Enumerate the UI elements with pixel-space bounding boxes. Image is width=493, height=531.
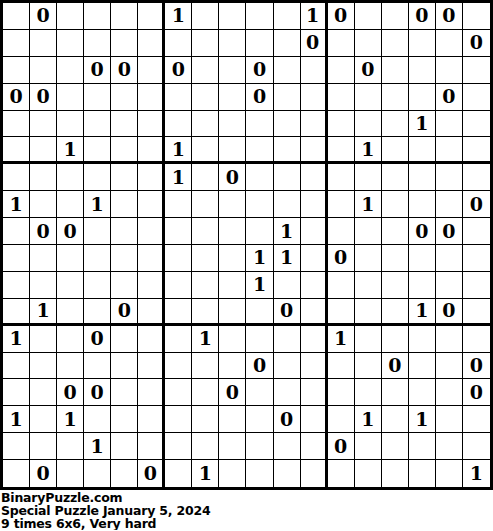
- cell-r2c12-empty[interactable]: [328, 57, 355, 84]
- cell-r9c2-empty[interactable]: [57, 245, 84, 272]
- cell-r3c3-empty[interactable]: [84, 84, 111, 111]
- cell-r14c17-given-0[interactable]: 0: [463, 379, 490, 406]
- cell-r16c13-empty[interactable]: [355, 433, 382, 460]
- cell-r1c2-empty[interactable]: [57, 30, 84, 57]
- cell-r1c10-empty[interactable]: [274, 30, 301, 57]
- cell-r14c10-empty[interactable]: [274, 379, 301, 406]
- cell-r0c4-empty[interactable]: [111, 3, 138, 30]
- cell-r12c17-empty[interactable]: [463, 326, 490, 353]
- cell-r4c8-empty[interactable]: [219, 111, 246, 138]
- cell-r13c13-empty[interactable]: [355, 353, 382, 380]
- cell-r17c3-empty[interactable]: [84, 460, 111, 487]
- cell-r7c3-given-1[interactable]: 1: [84, 191, 111, 218]
- cell-r12c9-empty[interactable]: [246, 326, 273, 353]
- cell-r5c5-empty[interactable]: [138, 137, 165, 164]
- cell-r8c12-empty[interactable]: [328, 218, 355, 245]
- cell-r9c11-empty[interactable]: [301, 245, 328, 272]
- cell-r14c7-empty[interactable]: [192, 379, 219, 406]
- cell-r2c16-empty[interactable]: [436, 57, 463, 84]
- cell-r17c14-empty[interactable]: [382, 460, 409, 487]
- cell-r7c4-empty[interactable]: [111, 191, 138, 218]
- cell-r0c15-given-0[interactable]: 0: [409, 3, 436, 30]
- cell-r0c6-given-1[interactable]: 1: [165, 3, 192, 30]
- cell-r6c10-empty[interactable]: [274, 164, 301, 191]
- cell-r0c11-given-1[interactable]: 1: [301, 3, 328, 30]
- cell-r5c1-empty[interactable]: [30, 137, 57, 164]
- cell-r7c7-empty[interactable]: [192, 191, 219, 218]
- cell-r13c15-empty[interactable]: [409, 353, 436, 380]
- cell-r12c12-given-1[interactable]: 1: [328, 326, 355, 353]
- cell-r6c17-empty[interactable]: [463, 164, 490, 191]
- cell-r12c5-empty[interactable]: [138, 326, 165, 353]
- cell-r5c13-given-1[interactable]: 1: [355, 137, 382, 164]
- cell-r12c13-empty[interactable]: [355, 326, 382, 353]
- cell-r7c16-empty[interactable]: [436, 191, 463, 218]
- cell-r13c17-given-0[interactable]: 0: [463, 353, 490, 380]
- cell-r1c4-empty[interactable]: [111, 30, 138, 57]
- cell-r10c3-empty[interactable]: [84, 272, 111, 299]
- cell-r11c4-given-0[interactable]: 0: [111, 299, 138, 326]
- cell-r1c3-empty[interactable]: [84, 30, 111, 57]
- cell-r8c2-given-0[interactable]: 0: [57, 218, 84, 245]
- cell-r5c7-empty[interactable]: [192, 137, 219, 164]
- cell-r13c10-empty[interactable]: [274, 353, 301, 380]
- cell-r11c11-empty[interactable]: [301, 299, 328, 326]
- cell-r8c6-empty[interactable]: [165, 218, 192, 245]
- cell-r6c12-empty[interactable]: [328, 164, 355, 191]
- cell-r0c8-empty[interactable]: [219, 3, 246, 30]
- cell-r4c11-empty[interactable]: [301, 111, 328, 138]
- cell-r5c14-empty[interactable]: [382, 137, 409, 164]
- cell-r7c11-empty[interactable]: [301, 191, 328, 218]
- cell-r14c8-given-0[interactable]: 0: [219, 379, 246, 406]
- cell-r10c17-empty[interactable]: [463, 272, 490, 299]
- cell-r4c5-empty[interactable]: [138, 111, 165, 138]
- cell-r8c5-empty[interactable]: [138, 218, 165, 245]
- cell-r14c16-empty[interactable]: [436, 379, 463, 406]
- cell-r16c3-given-1[interactable]: 1: [84, 433, 111, 460]
- cell-r17c12-empty[interactable]: [328, 460, 355, 487]
- cell-r11c6-empty[interactable]: [165, 299, 192, 326]
- cell-r15c12-empty[interactable]: [328, 406, 355, 433]
- cell-r7c0-given-1[interactable]: 1: [3, 191, 30, 218]
- cell-r14c6-empty[interactable]: [165, 379, 192, 406]
- cell-r5c0-empty[interactable]: [3, 137, 30, 164]
- cell-r11c15-given-1[interactable]: 1: [409, 299, 436, 326]
- cell-r9c6-empty[interactable]: [165, 245, 192, 272]
- cell-r2c14-empty[interactable]: [382, 57, 409, 84]
- cell-r12c16-empty[interactable]: [436, 326, 463, 353]
- cell-r0c0-empty[interactable]: [3, 3, 30, 30]
- cell-r0c2-empty[interactable]: [57, 3, 84, 30]
- cell-r7c5-empty[interactable]: [138, 191, 165, 218]
- cell-r5c11-empty[interactable]: [301, 137, 328, 164]
- cell-r0c7-empty[interactable]: [192, 3, 219, 30]
- cell-r6c4-empty[interactable]: [111, 164, 138, 191]
- cell-r1c1-empty[interactable]: [30, 30, 57, 57]
- cell-r8c4-empty[interactable]: [111, 218, 138, 245]
- cell-r0c3-empty[interactable]: [84, 3, 111, 30]
- cell-r4c4-empty[interactable]: [111, 111, 138, 138]
- cell-r17c10-empty[interactable]: [274, 460, 301, 487]
- cell-r13c5-empty[interactable]: [138, 353, 165, 380]
- cell-r9c9-given-1[interactable]: 1: [246, 245, 273, 272]
- cell-r15c6-empty[interactable]: [165, 406, 192, 433]
- cell-r3c1-given-0[interactable]: 0: [30, 84, 57, 111]
- cell-r7c15-empty[interactable]: [409, 191, 436, 218]
- cell-r9c14-empty[interactable]: [382, 245, 409, 272]
- cell-r14c2-given-0[interactable]: 0: [57, 379, 84, 406]
- cell-r4c7-empty[interactable]: [192, 111, 219, 138]
- cell-r6c8-given-0[interactable]: 0: [219, 164, 246, 191]
- cell-r5c10-empty[interactable]: [274, 137, 301, 164]
- cell-r13c2-empty[interactable]: [57, 353, 84, 380]
- cell-r15c4-empty[interactable]: [111, 406, 138, 433]
- cell-r1c0-empty[interactable]: [3, 30, 30, 57]
- cell-r8c9-empty[interactable]: [246, 218, 273, 245]
- cell-r5c4-empty[interactable]: [111, 137, 138, 164]
- cell-r14c0-empty[interactable]: [3, 379, 30, 406]
- cell-r16c14-empty[interactable]: [382, 433, 409, 460]
- cell-r9c15-empty[interactable]: [409, 245, 436, 272]
- cell-r2c17-empty[interactable]: [463, 57, 490, 84]
- cell-r13c7-empty[interactable]: [192, 353, 219, 380]
- cell-r9c17-empty[interactable]: [463, 245, 490, 272]
- cell-r11c17-empty[interactable]: [463, 299, 490, 326]
- cell-r0c17-empty[interactable]: [463, 3, 490, 30]
- cell-r2c10-empty[interactable]: [274, 57, 301, 84]
- cell-r15c8-empty[interactable]: [219, 406, 246, 433]
- cell-r7c17-given-0[interactable]: 0: [463, 191, 490, 218]
- cell-r11c13-empty[interactable]: [355, 299, 382, 326]
- cell-r14c3-given-0[interactable]: 0: [84, 379, 111, 406]
- cell-r17c17-given-1[interactable]: 1: [463, 460, 490, 487]
- cell-r6c16-empty[interactable]: [436, 164, 463, 191]
- cell-r13c6-empty[interactable]: [165, 353, 192, 380]
- cell-r12c11-empty[interactable]: [301, 326, 328, 353]
- cell-r9c7-empty[interactable]: [192, 245, 219, 272]
- cell-r4c1-empty[interactable]: [30, 111, 57, 138]
- cell-r6c14-empty[interactable]: [382, 164, 409, 191]
- cell-r8c0-empty[interactable]: [3, 218, 30, 245]
- cell-r7c12-empty[interactable]: [328, 191, 355, 218]
- cell-r12c15-empty[interactable]: [409, 326, 436, 353]
- cell-r10c4-empty[interactable]: [111, 272, 138, 299]
- cell-r3c10-empty[interactable]: [274, 84, 301, 111]
- cell-r15c11-empty[interactable]: [301, 406, 328, 433]
- cell-r0c12-given-0[interactable]: 0: [328, 3, 355, 30]
- cell-r7c10-empty[interactable]: [274, 191, 301, 218]
- cell-r12c3-given-0[interactable]: 0: [84, 326, 111, 353]
- cell-r5c17-empty[interactable]: [463, 137, 490, 164]
- cell-r2c5-empty[interactable]: [138, 57, 165, 84]
- cell-r9c8-empty[interactable]: [219, 245, 246, 272]
- cell-r15c0-given-1[interactable]: 1: [3, 406, 30, 433]
- cell-r8c13-empty[interactable]: [355, 218, 382, 245]
- cell-r3c14-empty[interactable]: [382, 84, 409, 111]
- cell-r11c12-empty[interactable]: [328, 299, 355, 326]
- cell-r7c6-empty[interactable]: [165, 191, 192, 218]
- cell-r0c14-empty[interactable]: [382, 3, 409, 30]
- cell-r2c2-empty[interactable]: [57, 57, 84, 84]
- cell-r9c0-empty[interactable]: [3, 245, 30, 272]
- cell-r9c13-empty[interactable]: [355, 245, 382, 272]
- cell-r2c0-empty[interactable]: [3, 57, 30, 84]
- cell-r4c0-empty[interactable]: [3, 111, 30, 138]
- cell-r6c11-empty[interactable]: [301, 164, 328, 191]
- cell-r9c4-empty[interactable]: [111, 245, 138, 272]
- cell-r5c15-empty[interactable]: [409, 137, 436, 164]
- cell-r11c0-empty[interactable]: [3, 299, 30, 326]
- cell-r5c3-empty[interactable]: [84, 137, 111, 164]
- cell-r15c5-empty[interactable]: [138, 406, 165, 433]
- cell-r3c2-empty[interactable]: [57, 84, 84, 111]
- cell-r16c0-empty[interactable]: [3, 433, 30, 460]
- cell-r2c13-given-0[interactable]: 0: [355, 57, 382, 84]
- cell-r6c9-empty[interactable]: [246, 164, 273, 191]
- cell-r3c8-empty[interactable]: [219, 84, 246, 111]
- cell-r12c1-empty[interactable]: [30, 326, 57, 353]
- cell-r15c14-empty[interactable]: [382, 406, 409, 433]
- cell-r17c8-empty[interactable]: [219, 460, 246, 487]
- cell-r16c11-empty[interactable]: [301, 433, 328, 460]
- cell-r6c1-empty[interactable]: [30, 164, 57, 191]
- cell-r10c6-empty[interactable]: [165, 272, 192, 299]
- cell-r14c11-empty[interactable]: [301, 379, 328, 406]
- cell-r10c13-empty[interactable]: [355, 272, 382, 299]
- cell-r17c4-empty[interactable]: [111, 460, 138, 487]
- cell-r1c12-empty[interactable]: [328, 30, 355, 57]
- cell-r16c1-empty[interactable]: [30, 433, 57, 460]
- cell-r10c14-empty[interactable]: [382, 272, 409, 299]
- cell-r13c8-empty[interactable]: [219, 353, 246, 380]
- cell-r9c16-empty[interactable]: [436, 245, 463, 272]
- cell-r1c14-empty[interactable]: [382, 30, 409, 57]
- cell-r3c13-empty[interactable]: [355, 84, 382, 111]
- cell-r14c13-empty[interactable]: [355, 379, 382, 406]
- cell-r7c13-given-1[interactable]: 1: [355, 191, 382, 218]
- cell-r2c6-given-0[interactable]: 0: [165, 57, 192, 84]
- cell-r3c7-empty[interactable]: [192, 84, 219, 111]
- cell-r11c8-empty[interactable]: [219, 299, 246, 326]
- cell-r3c4-empty[interactable]: [111, 84, 138, 111]
- cell-r12c4-empty[interactable]: [111, 326, 138, 353]
- cell-r2c1-empty[interactable]: [30, 57, 57, 84]
- cell-r16c17-empty[interactable]: [463, 433, 490, 460]
- cell-r10c9-given-1[interactable]: 1: [246, 272, 273, 299]
- cell-r2c8-empty[interactable]: [219, 57, 246, 84]
- cell-r3c5-empty[interactable]: [138, 84, 165, 111]
- cell-r17c2-empty[interactable]: [57, 460, 84, 487]
- cell-r2c4-given-0[interactable]: 0: [111, 57, 138, 84]
- cell-r11c10-given-0[interactable]: 0: [274, 299, 301, 326]
- cell-r13c11-empty[interactable]: [301, 353, 328, 380]
- cell-r3c6-empty[interactable]: [165, 84, 192, 111]
- cell-r14c9-empty[interactable]: [246, 379, 273, 406]
- cell-r8c3-empty[interactable]: [84, 218, 111, 245]
- cell-r14c5-empty[interactable]: [138, 379, 165, 406]
- cell-r4c17-empty[interactable]: [463, 111, 490, 138]
- cell-r5c8-empty[interactable]: [219, 137, 246, 164]
- cell-r6c3-empty[interactable]: [84, 164, 111, 191]
- cell-r10c11-empty[interactable]: [301, 272, 328, 299]
- cell-r7c8-empty[interactable]: [219, 191, 246, 218]
- cell-r11c2-empty[interactable]: [57, 299, 84, 326]
- cell-r14c12-empty[interactable]: [328, 379, 355, 406]
- cell-r6c0-empty[interactable]: [3, 164, 30, 191]
- cell-r0c16-given-0[interactable]: 0: [436, 3, 463, 30]
- cell-r16c10-empty[interactable]: [274, 433, 301, 460]
- cell-r12c14-empty[interactable]: [382, 326, 409, 353]
- cell-r9c10-given-1[interactable]: 1: [274, 245, 301, 272]
- cell-r10c0-empty[interactable]: [3, 272, 30, 299]
- cell-r0c5-empty[interactable]: [138, 3, 165, 30]
- cell-r11c1-given-1[interactable]: 1: [30, 299, 57, 326]
- cell-r10c12-empty[interactable]: [328, 272, 355, 299]
- cell-r3c15-empty[interactable]: [409, 84, 436, 111]
- cell-r7c9-empty[interactable]: [246, 191, 273, 218]
- cell-r17c0-empty[interactable]: [3, 460, 30, 487]
- cell-r12c2-empty[interactable]: [57, 326, 84, 353]
- cell-r15c13-given-1[interactable]: 1: [355, 406, 382, 433]
- cell-r8c10-given-1[interactable]: 1: [274, 218, 301, 245]
- cell-r8c14-empty[interactable]: [382, 218, 409, 245]
- cell-r11c9-empty[interactable]: [246, 299, 273, 326]
- cell-r5c16-empty[interactable]: [436, 137, 463, 164]
- cell-r1c11-given-0[interactable]: 0: [301, 30, 328, 57]
- cell-r15c1-empty[interactable]: [30, 406, 57, 433]
- cell-r2c9-given-0[interactable]: 0: [246, 57, 273, 84]
- cell-r11c5-empty[interactable]: [138, 299, 165, 326]
- cell-r4c9-empty[interactable]: [246, 111, 273, 138]
- cell-r3c9-given-0[interactable]: 0: [246, 84, 273, 111]
- cell-r4c15-given-1[interactable]: 1: [409, 111, 436, 138]
- cell-r0c9-empty[interactable]: [246, 3, 273, 30]
- cell-r3c16-given-0[interactable]: 0: [436, 84, 463, 111]
- cell-r3c12-empty[interactable]: [328, 84, 355, 111]
- cell-r15c15-given-1[interactable]: 1: [409, 406, 436, 433]
- cell-r17c5-given-0[interactable]: 0: [138, 460, 165, 487]
- cell-r4c6-empty[interactable]: [165, 111, 192, 138]
- cell-r1c7-empty[interactable]: [192, 30, 219, 57]
- cell-r17c7-given-1[interactable]: 1: [192, 460, 219, 487]
- cell-r16c16-empty[interactable]: [436, 433, 463, 460]
- cell-r5c2-given-1[interactable]: 1: [57, 137, 84, 164]
- cell-r8c8-empty[interactable]: [219, 218, 246, 245]
- cell-r14c14-empty[interactable]: [382, 379, 409, 406]
- cell-r13c0-empty[interactable]: [3, 353, 30, 380]
- cell-r15c7-empty[interactable]: [192, 406, 219, 433]
- cell-r6c13-empty[interactable]: [355, 164, 382, 191]
- cell-r0c13-empty[interactable]: [355, 3, 382, 30]
- cell-r0c1-given-0[interactable]: 0: [30, 3, 57, 30]
- cell-r12c0-given-1[interactable]: 1: [3, 326, 30, 353]
- cell-r11c7-empty[interactable]: [192, 299, 219, 326]
- cell-r6c7-empty[interactable]: [192, 164, 219, 191]
- cell-r13c14-given-0[interactable]: 0: [382, 353, 409, 380]
- cell-r13c4-empty[interactable]: [111, 353, 138, 380]
- cell-r17c1-given-0[interactable]: 0: [30, 460, 57, 487]
- cell-r12c6-empty[interactable]: [165, 326, 192, 353]
- cell-r8c1-given-0[interactable]: 0: [30, 218, 57, 245]
- cell-r2c7-empty[interactable]: [192, 57, 219, 84]
- cell-r10c2-empty[interactable]: [57, 272, 84, 299]
- cell-r1c15-empty[interactable]: [409, 30, 436, 57]
- cell-r3c11-empty[interactable]: [301, 84, 328, 111]
- cell-r0c10-empty[interactable]: [274, 3, 301, 30]
- cell-r15c10-given-0[interactable]: 0: [274, 406, 301, 433]
- cell-r17c9-empty[interactable]: [246, 460, 273, 487]
- cell-r13c16-empty[interactable]: [436, 353, 463, 380]
- cell-r16c6-empty[interactable]: [165, 433, 192, 460]
- cell-r10c10-empty[interactable]: [274, 272, 301, 299]
- cell-r5c6-given-1[interactable]: 1: [165, 137, 192, 164]
- cell-r10c1-empty[interactable]: [30, 272, 57, 299]
- cell-r4c10-empty[interactable]: [274, 111, 301, 138]
- cell-r8c15-given-0[interactable]: 0: [409, 218, 436, 245]
- cell-r13c9-given-0[interactable]: 0: [246, 353, 273, 380]
- cell-r15c17-empty[interactable]: [463, 406, 490, 433]
- cell-r16c7-empty[interactable]: [192, 433, 219, 460]
- cell-r4c14-empty[interactable]: [382, 111, 409, 138]
- cell-r3c17-empty[interactable]: [463, 84, 490, 111]
- cell-r13c12-empty[interactable]: [328, 353, 355, 380]
- cell-r9c12-given-0[interactable]: 0: [328, 245, 355, 272]
- cell-r3c0-given-0[interactable]: 0: [3, 84, 30, 111]
- cell-r4c3-empty[interactable]: [84, 111, 111, 138]
- cell-r10c7-empty[interactable]: [192, 272, 219, 299]
- cell-r14c4-empty[interactable]: [111, 379, 138, 406]
- cell-r6c6-given-1[interactable]: 1: [165, 164, 192, 191]
- cell-r9c1-empty[interactable]: [30, 245, 57, 272]
- cell-r14c1-empty[interactable]: [30, 379, 57, 406]
- cell-r17c13-empty[interactable]: [355, 460, 382, 487]
- cell-r7c1-empty[interactable]: [30, 191, 57, 218]
- cell-r11c3-empty[interactable]: [84, 299, 111, 326]
- cell-r6c2-empty[interactable]: [57, 164, 84, 191]
- cell-r2c15-empty[interactable]: [409, 57, 436, 84]
- cell-r11c16-given-0[interactable]: 0: [436, 299, 463, 326]
- cell-r17c11-empty[interactable]: [301, 460, 328, 487]
- cell-r4c2-empty[interactable]: [57, 111, 84, 138]
- cell-r12c8-empty[interactable]: [219, 326, 246, 353]
- cell-r6c5-empty[interactable]: [138, 164, 165, 191]
- cell-r12c7-given-1[interactable]: 1: [192, 326, 219, 353]
- cell-r13c3-empty[interactable]: [84, 353, 111, 380]
- cell-r10c5-empty[interactable]: [138, 272, 165, 299]
- cell-r10c15-empty[interactable]: [409, 272, 436, 299]
- cell-r7c14-empty[interactable]: [382, 191, 409, 218]
- cell-r8c17-empty[interactable]: [463, 218, 490, 245]
- cell-r9c3-empty[interactable]: [84, 245, 111, 272]
- cell-r16c5-empty[interactable]: [138, 433, 165, 460]
- cell-r7c2-empty[interactable]: [57, 191, 84, 218]
- cell-r4c16-empty[interactable]: [436, 111, 463, 138]
- cell-r16c15-empty[interactable]: [409, 433, 436, 460]
- cell-r2c11-empty[interactable]: [301, 57, 328, 84]
- cell-r15c3-empty[interactable]: [84, 406, 111, 433]
- cell-r12c10-empty[interactable]: [274, 326, 301, 353]
- cell-r17c15-empty[interactable]: [409, 460, 436, 487]
- cell-r8c16-given-0[interactable]: 0: [436, 218, 463, 245]
- cell-r16c2-empty[interactable]: [57, 433, 84, 460]
- cell-r6c15-empty[interactable]: [409, 164, 436, 191]
- cell-r11c14-empty[interactable]: [382, 299, 409, 326]
- cell-r15c2-given-1[interactable]: 1: [57, 406, 84, 433]
- cell-r16c8-empty[interactable]: [219, 433, 246, 460]
- cell-r16c12-given-0[interactable]: 0: [328, 433, 355, 460]
- cell-r1c5-empty[interactable]: [138, 30, 165, 57]
